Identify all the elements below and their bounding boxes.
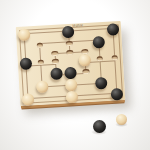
point-d5[interactable] (63, 66, 79, 79)
hole (82, 69, 89, 74)
black-piece (62, 25, 75, 38)
wood-piece (65, 78, 78, 91)
wood-piece (79, 53, 92, 66)
off-board-wood-piece[interactable] (116, 114, 127, 125)
wood-piece (66, 90, 79, 103)
point-f6[interactable] (94, 76, 110, 89)
black-piece (50, 67, 63, 80)
black-piece (20, 57, 33, 70)
point-d2[interactable] (62, 37, 78, 50)
point-e5[interactable] (78, 65, 94, 78)
wood-piece (18, 28, 31, 41)
wood-piece (22, 93, 35, 106)
point-a7[interactable] (20, 93, 36, 106)
fine-print-text: ···· (108, 30, 112, 38)
point-a1[interactable] (16, 28, 32, 41)
product-photo-stage: Mühle ···· (0, 0, 150, 150)
hole (111, 55, 118, 60)
hole (97, 56, 104, 61)
point-f4[interactable] (92, 52, 108, 65)
point-g4[interactable] (107, 52, 123, 65)
point-d7[interactable] (65, 90, 81, 103)
point-g7[interactable] (109, 87, 125, 100)
point-a4[interactable] (18, 57, 34, 70)
point-e4[interactable] (77, 53, 93, 66)
hole (52, 59, 59, 64)
point-d1[interactable] (61, 25, 77, 38)
point-c5[interactable] (48, 67, 64, 80)
hole (66, 41, 73, 46)
point-b2[interactable] (32, 39, 48, 52)
point-b6[interactable] (34, 80, 50, 93)
hole (36, 43, 43, 48)
hole (66, 49, 73, 54)
black-piece (95, 76, 108, 89)
point-c4[interactable] (48, 55, 64, 68)
point-f2[interactable] (91, 35, 107, 48)
wood-piece (36, 80, 49, 93)
hole (37, 60, 44, 65)
off-board-black-piece[interactable] (93, 120, 106, 133)
point-b4[interactable] (33, 56, 49, 69)
point-d3[interactable] (62, 49, 77, 55)
black-piece (93, 36, 106, 49)
black-piece (111, 88, 124, 101)
point-d6[interactable] (64, 78, 80, 91)
black-piece (65, 66, 78, 79)
